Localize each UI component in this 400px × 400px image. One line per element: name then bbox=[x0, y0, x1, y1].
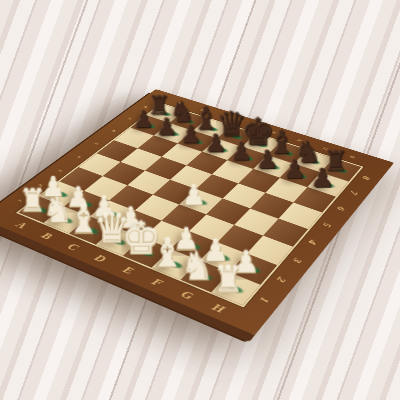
piece-black-pawn-g7[interactable]: ♟ bbox=[279, 156, 310, 182]
board-grid: ♜♞♝♛♚♝♞♜♟♟♟♟♟♟♟♟♟♟♟♟♟♟♟♟♜♞♝♛♚♝♞♜ bbox=[19, 104, 361, 305]
piece-black-pawn-h7[interactable]: ♟ bbox=[307, 165, 338, 191]
piece-black-pawn-f7[interactable]: ♟ bbox=[252, 147, 282, 172]
chess-board: ABCDEFGH ABCDEFGH 12345678 12345678 ♜♞♝♛… bbox=[0, 89, 394, 335]
table-background: ABCDEFGH ABCDEFGH 12345678 12345678 ♜♞♝♛… bbox=[0, 0, 400, 400]
piece-white-rook-h1[interactable]: ♜ bbox=[210, 263, 246, 297]
piece-white-pawn-e4[interactable]: ♟ bbox=[178, 182, 210, 209]
